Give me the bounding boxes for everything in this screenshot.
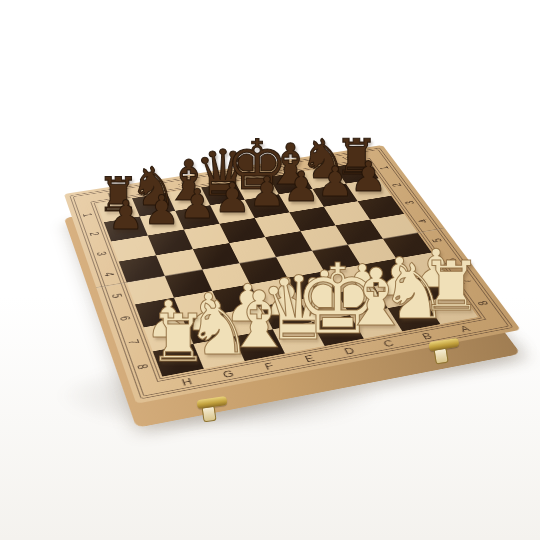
piece-dark-pawn-b2[interactable]: ♟ [316, 161, 353, 203]
pieces-layer: ♜♞♝♛♚♝♞♜♟♟♟♟♟♟♟♟♟♟♟♟♟♟♟♟♜♞♝♛♚♝♞♜ [0, 0, 540, 540]
photo-background: HH11GG22FF33EE44DD55CC66BB77AA88 ♜♞♝♛♚♝♞… [0, 0, 540, 540]
piece-dark-pawn-a2[interactable]: ♟ [350, 156, 387, 198]
piece-dark-pawn-d2[interactable]: ♟ [249, 172, 286, 213]
brass-clasp-left [197, 396, 230, 423]
piece-dark-pawn-c2[interactable]: ♟ [283, 167, 320, 208]
clasp-hasp-icon [202, 406, 217, 423]
piece-dark-pawn-e2[interactable]: ♟ [214, 178, 251, 219]
piece-dark-pawn-f2[interactable]: ♟ [179, 184, 216, 225]
piece-light-rook-a8[interactable]: ♜ [421, 253, 482, 321]
brass-clasp-right [428, 338, 461, 365]
piece-dark-pawn-h2[interactable]: ♟ [108, 196, 144, 236]
clasp-hasp-icon [434, 348, 449, 365]
piece-dark-pawn-g2[interactable]: ♟ [144, 190, 180, 231]
